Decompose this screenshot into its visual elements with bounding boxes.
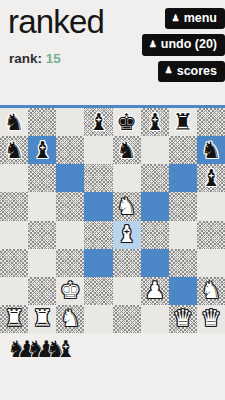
square-b2[interactable] (28, 277, 56, 305)
white-knight-h2[interactable]: ♞ (201, 279, 222, 302)
square-c2[interactable]: ♚ (56, 277, 84, 305)
square-b3[interactable] (28, 249, 56, 277)
white-king-c2[interactable]: ♚ (60, 279, 81, 302)
square-f2[interactable]: ♟ (141, 277, 169, 305)
square-f8[interactable]: ♝ (141, 108, 169, 136)
square-h3[interactable] (197, 249, 225, 277)
black-bishop-b7[interactable]: ♝ (32, 139, 53, 162)
square-c4[interactable] (56, 221, 84, 249)
square-g3[interactable] (169, 249, 197, 277)
square-e7[interactable]: ♞ (113, 136, 141, 164)
white-knight-e5[interactable]: ♞ (116, 195, 137, 218)
square-e2[interactable] (113, 277, 141, 305)
black-knight-a8[interactable]: ♞ (4, 111, 25, 134)
square-d1[interactable] (84, 305, 112, 333)
square-a4[interactable] (0, 221, 28, 249)
square-a5[interactable] (0, 192, 28, 220)
square-c1[interactable]: ♞ (56, 305, 84, 333)
square-h8[interactable] (197, 108, 225, 136)
scores-button-label: scores (177, 64, 217, 78)
square-c7[interactable] (56, 136, 84, 164)
square-g5[interactable] (169, 192, 197, 220)
square-b7[interactable]: ♝ (28, 136, 56, 164)
app-screen: ranked rank: 15 ♟ menu ♟ undo (20) ♟ sco… (0, 0, 225, 400)
square-g6[interactable] (169, 164, 197, 192)
square-b5[interactable] (28, 192, 56, 220)
square-b4[interactable] (28, 221, 56, 249)
square-d8[interactable]: ♝ (84, 108, 112, 136)
black-rook-g8[interactable]: ♜ (173, 111, 194, 134)
white-rook-a1[interactable]: ♜ (4, 307, 25, 330)
black-knight-e7[interactable]: ♞ (116, 139, 137, 162)
square-e4[interactable]: ♝ (113, 221, 141, 249)
square-a1[interactable]: ♜ (0, 305, 28, 333)
square-g4[interactable] (169, 221, 197, 249)
white-bishop-e4[interactable]: ♝ (116, 223, 137, 246)
black-knight-a7[interactable]: ♞ (4, 139, 25, 162)
square-h2[interactable]: ♞ (197, 277, 225, 305)
square-a6[interactable] (0, 164, 28, 192)
black-bishop-f8[interactable]: ♝ (144, 111, 165, 134)
square-f6[interactable] (141, 164, 169, 192)
square-e6[interactable] (113, 164, 141, 192)
square-f3[interactable] (141, 249, 169, 277)
captured-black-bishop: ♝ (55, 338, 76, 361)
black-bishop-d8[interactable]: ♝ (88, 111, 109, 134)
white-pawn-f2[interactable]: ♟ (144, 279, 165, 302)
square-g7[interactable] (169, 136, 197, 164)
rank-label: rank: (9, 51, 42, 66)
square-d6[interactable] (84, 164, 112, 192)
white-queen-h1[interactable]: ♛ (201, 307, 222, 330)
square-h6[interactable]: ♝ (197, 164, 225, 192)
white-rook-b1[interactable]: ♜ (32, 307, 53, 330)
square-a3[interactable] (0, 249, 28, 277)
square-f7[interactable] (141, 136, 169, 164)
square-h7[interactable]: ♞ (197, 136, 225, 164)
square-d3[interactable] (84, 249, 112, 277)
square-c3[interactable] (56, 249, 84, 277)
square-g8[interactable]: ♜ (169, 108, 197, 136)
pawn-icon: ♟ (172, 13, 180, 22)
square-d2[interactable] (84, 277, 112, 305)
square-h5[interactable] (197, 192, 225, 220)
menu-button[interactable]: ♟ menu (165, 8, 225, 29)
square-b1[interactable]: ♜ (28, 305, 56, 333)
white-queen-g1[interactable]: ♛ (173, 307, 194, 330)
square-h1[interactable]: ♛ (197, 305, 225, 333)
pawn-icon: ♟ (149, 40, 157, 49)
white-knight-c1[interactable]: ♞ (60, 307, 81, 330)
undo-button[interactable]: ♟ undo (20) (142, 34, 225, 55)
scores-button[interactable]: ♟ scores (158, 61, 225, 82)
square-h4[interactable] (197, 221, 225, 249)
captured-black-pieces-tray: ♞♟♞♟♞♝ (7, 335, 65, 363)
square-a2[interactable] (0, 277, 28, 305)
square-d5[interactable] (84, 192, 112, 220)
square-e8[interactable]: ♚ (113, 108, 141, 136)
square-a8[interactable]: ♞ (0, 108, 28, 136)
undo-button-label: undo (20) (161, 37, 217, 51)
square-g1[interactable]: ♛ (169, 305, 197, 333)
square-g2[interactable] (169, 277, 197, 305)
square-f4[interactable] (141, 221, 169, 249)
square-f5[interactable] (141, 192, 169, 220)
black-knight-h7[interactable]: ♞ (201, 139, 222, 162)
square-c6[interactable] (56, 164, 84, 192)
header-buttons: ♟ menu ♟ undo (20) ♟ scores (142, 8, 225, 82)
black-bishop-h6[interactable]: ♝ (201, 167, 222, 190)
square-f1[interactable] (141, 305, 169, 333)
page-title: ranked (8, 2, 104, 42)
rank-value: 15 (46, 51, 61, 66)
rank-display: rank: 15 (9, 51, 61, 66)
square-b8[interactable] (28, 108, 56, 136)
pawn-icon: ♟ (165, 66, 173, 75)
square-c5[interactable] (56, 192, 84, 220)
square-a7[interactable]: ♞ (0, 136, 28, 164)
square-c8[interactable] (56, 108, 84, 136)
square-d4[interactable] (84, 221, 112, 249)
menu-button-label: menu (184, 11, 217, 25)
square-e3[interactable] (113, 249, 141, 277)
square-d7[interactable] (84, 136, 112, 164)
chess-board: ♞♝♚♝♜♞♝♞♞♝♞♝♚♟♞♜♜♞♛♛ (0, 108, 225, 333)
square-e5[interactable]: ♞ (113, 192, 141, 220)
square-b6[interactable] (28, 164, 56, 192)
square-e1[interactable] (113, 305, 141, 333)
black-king-e8[interactable]: ♚ (116, 111, 137, 134)
